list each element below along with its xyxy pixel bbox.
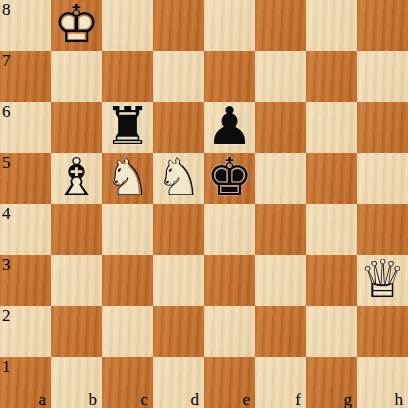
- square-c1[interactable]: c: [102, 357, 153, 408]
- square-b5[interactable]: ♝♗: [51, 153, 102, 204]
- square-d1[interactable]: d: [153, 357, 204, 408]
- square-d4[interactable]: [153, 204, 204, 255]
- square-b7[interactable]: [51, 51, 102, 102]
- file-label-a: a: [38, 390, 46, 408]
- rank-label-1: 1: [2, 357, 11, 376]
- black-king-glyph: ♚: [204, 150, 255, 202]
- square-g8[interactable]: [306, 0, 357, 51]
- square-b3[interactable]: [51, 255, 102, 306]
- rank-label-8: 8: [2, 0, 11, 19]
- square-h8[interactable]: [357, 0, 408, 51]
- square-f1[interactable]: f: [255, 357, 306, 408]
- file-label-d: d: [191, 390, 200, 408]
- square-g3[interactable]: [306, 255, 357, 306]
- square-h6[interactable]: [357, 102, 408, 153]
- white-queen-outline-glyph: ♕: [357, 252, 408, 304]
- square-f5[interactable]: [255, 153, 306, 204]
- square-e5[interactable]: ♚: [204, 153, 255, 204]
- piece-white-king-b8[interactable]: ♚♔: [51, 0, 102, 51]
- rank-label-5: 5: [2, 153, 11, 172]
- square-c7[interactable]: [102, 51, 153, 102]
- white-knight-outline-glyph: ♘: [153, 150, 204, 202]
- piece-white-bishop-b5[interactable]: ♝♗: [51, 153, 102, 204]
- square-d5[interactable]: ♞♘: [153, 153, 204, 204]
- square-e8[interactable]: [204, 0, 255, 51]
- square-d3[interactable]: [153, 255, 204, 306]
- square-b2[interactable]: [51, 306, 102, 357]
- square-f6[interactable]: [255, 102, 306, 153]
- square-d7[interactable]: [153, 51, 204, 102]
- square-a2[interactable]: 2: [0, 306, 51, 357]
- rank-label-7: 7: [2, 51, 11, 70]
- square-f7[interactable]: [255, 51, 306, 102]
- piece-black-king-e5[interactable]: ♚: [204, 153, 255, 204]
- square-c3[interactable]: [102, 255, 153, 306]
- square-e1[interactable]: e: [204, 357, 255, 408]
- square-f8[interactable]: [255, 0, 306, 51]
- black-rook-glyph: ♜: [102, 99, 153, 151]
- square-g2[interactable]: [306, 306, 357, 357]
- square-d6[interactable]: [153, 102, 204, 153]
- square-h3[interactable]: ♛♕: [357, 255, 408, 306]
- file-label-f: f: [295, 390, 301, 408]
- square-b4[interactable]: [51, 204, 102, 255]
- chess-board: 8♚♔76♜♟5♝♗♞♘♞♘♚43♛♕21abcdefgh: [0, 0, 408, 408]
- square-f3[interactable]: [255, 255, 306, 306]
- piece-white-knight-d5[interactable]: ♞♘: [153, 153, 204, 204]
- square-c4[interactable]: [102, 204, 153, 255]
- square-g1[interactable]: g: [306, 357, 357, 408]
- square-h5[interactable]: [357, 153, 408, 204]
- rank-label-6: 6: [2, 102, 11, 121]
- square-a3[interactable]: 3: [0, 255, 51, 306]
- file-label-h: h: [395, 390, 404, 408]
- square-f4[interactable]: [255, 204, 306, 255]
- square-b1[interactable]: b: [51, 357, 102, 408]
- square-a8[interactable]: 8: [0, 0, 51, 51]
- square-e7[interactable]: [204, 51, 255, 102]
- square-h4[interactable]: [357, 204, 408, 255]
- square-f2[interactable]: [255, 306, 306, 357]
- square-h7[interactable]: [357, 51, 408, 102]
- rank-label-3: 3: [2, 255, 11, 274]
- square-g6[interactable]: [306, 102, 357, 153]
- square-a4[interactable]: 4: [0, 204, 51, 255]
- square-h2[interactable]: [357, 306, 408, 357]
- square-a7[interactable]: 7: [0, 51, 51, 102]
- white-king-outline-glyph: ♔: [51, 0, 102, 49]
- square-d8[interactable]: [153, 0, 204, 51]
- square-h1[interactable]: h: [357, 357, 408, 408]
- square-a6[interactable]: 6: [0, 102, 51, 153]
- square-c8[interactable]: [102, 0, 153, 51]
- rank-label-2: 2: [2, 306, 11, 325]
- piece-black-pawn-e6[interactable]: ♟: [204, 102, 255, 153]
- square-c2[interactable]: [102, 306, 153, 357]
- square-g7[interactable]: [306, 51, 357, 102]
- square-a5[interactable]: 5: [0, 153, 51, 204]
- square-a1[interactable]: 1a: [0, 357, 51, 408]
- piece-black-rook-c6[interactable]: ♜: [102, 102, 153, 153]
- square-e4[interactable]: [204, 204, 255, 255]
- white-knight-outline-glyph: ♘: [102, 150, 153, 202]
- file-label-g: g: [344, 390, 353, 408]
- piece-white-knight-c5[interactable]: ♞♘: [102, 153, 153, 204]
- square-b6[interactable]: [51, 102, 102, 153]
- square-e2[interactable]: [204, 306, 255, 357]
- black-pawn-glyph: ♟: [204, 99, 255, 151]
- square-d2[interactable]: [153, 306, 204, 357]
- square-c6[interactable]: ♜: [102, 102, 153, 153]
- square-c5[interactable]: ♞♘: [102, 153, 153, 204]
- square-e6[interactable]: ♟: [204, 102, 255, 153]
- rank-label-4: 4: [2, 204, 11, 223]
- file-label-b: b: [89, 390, 98, 408]
- file-label-c: c: [140, 390, 148, 408]
- piece-white-queen-h3[interactable]: ♛♕: [357, 255, 408, 306]
- square-b8[interactable]: ♚♔: [51, 0, 102, 51]
- square-g4[interactable]: [306, 204, 357, 255]
- white-bishop-outline-glyph: ♗: [51, 150, 102, 202]
- square-g5[interactable]: [306, 153, 357, 204]
- file-label-e: e: [242, 390, 250, 408]
- square-e3[interactable]: [204, 255, 255, 306]
